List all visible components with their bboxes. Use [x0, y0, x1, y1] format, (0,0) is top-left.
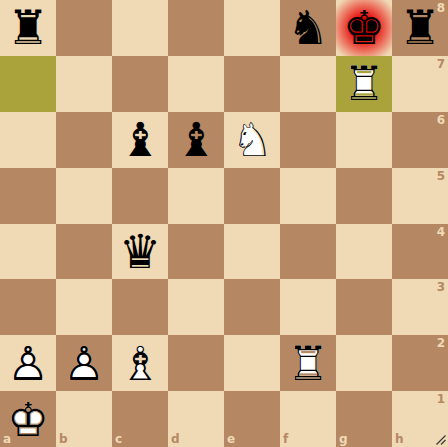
black-queen-glyph: ♛	[112, 224, 168, 280]
square-d2[interactable]	[168, 335, 224, 391]
white-rook-outline: ♖	[280, 335, 336, 391]
square-e6[interactable]: ♞♘	[224, 112, 280, 168]
square-b3[interactable]	[56, 279, 112, 335]
square-g1[interactable]: g	[336, 391, 392, 447]
piece-white-bishop[interactable]: ♝♗	[112, 335, 168, 391]
square-c7[interactable]	[112, 56, 168, 112]
square-f1[interactable]: f	[280, 391, 336, 447]
square-c2[interactable]: ♝♗	[112, 335, 168, 391]
file-label-g: g	[339, 433, 348, 445]
file-label-h: h	[395, 433, 404, 445]
square-c8[interactable]	[112, 0, 168, 56]
square-d6[interactable]: ♝	[168, 112, 224, 168]
square-f2[interactable]: ♜♖	[280, 335, 336, 391]
square-e8[interactable]	[224, 0, 280, 56]
square-a6[interactable]	[0, 112, 56, 168]
rank-label-2: 2	[437, 337, 445, 349]
piece-black-bishop[interactable]: ♝	[168, 112, 224, 168]
square-a1[interactable]: ♚♔a	[0, 391, 56, 447]
file-label-f: f	[283, 433, 288, 445]
square-g8[interactable]: ♚	[336, 0, 392, 56]
square-c6[interactable]: ♝	[112, 112, 168, 168]
square-d8[interactable]	[168, 0, 224, 56]
piece-white-king[interactable]: ♚♔	[0, 391, 56, 447]
black-rook-glyph: ♜	[392, 0, 448, 56]
square-f4[interactable]	[280, 224, 336, 280]
square-b1[interactable]: b	[56, 391, 112, 447]
square-e7[interactable]	[224, 56, 280, 112]
square-f5[interactable]	[280, 168, 336, 224]
square-e2[interactable]	[224, 335, 280, 391]
square-a8[interactable]: ♜	[0, 0, 56, 56]
rank-label-3: 3	[437, 281, 445, 293]
square-e1[interactable]: e	[224, 391, 280, 447]
white-pawn-outline: ♙	[56, 335, 112, 391]
square-b6[interactable]	[56, 112, 112, 168]
square-h7[interactable]: 7	[392, 56, 448, 112]
square-d7[interactable]	[168, 56, 224, 112]
square-a4[interactable]	[0, 224, 56, 280]
square-a3[interactable]	[0, 279, 56, 335]
black-knight-glyph: ♞	[280, 0, 336, 56]
black-rook-glyph: ♜	[0, 0, 56, 56]
square-h3[interactable]: 3	[392, 279, 448, 335]
piece-black-king[interactable]: ♚	[336, 0, 392, 56]
square-f8[interactable]: ♞	[280, 0, 336, 56]
piece-black-queen[interactable]: ♛	[112, 224, 168, 280]
square-c1[interactable]: c	[112, 391, 168, 447]
square-a7[interactable]	[0, 56, 56, 112]
file-label-d: d	[171, 433, 180, 445]
square-g3[interactable]	[336, 279, 392, 335]
square-h5[interactable]: 5	[392, 168, 448, 224]
rank-label-5: 5	[437, 170, 445, 182]
rank-label-4: 4	[437, 226, 445, 238]
square-h4[interactable]: 4	[392, 224, 448, 280]
file-label-c: c	[115, 433, 122, 445]
square-h2[interactable]: 2	[392, 335, 448, 391]
white-pawn-outline: ♙	[0, 335, 56, 391]
piece-white-rook[interactable]: ♜♖	[280, 335, 336, 391]
piece-black-knight[interactable]: ♞	[280, 0, 336, 56]
square-d1[interactable]: d	[168, 391, 224, 447]
square-g4[interactable]	[336, 224, 392, 280]
square-b5[interactable]	[56, 168, 112, 224]
square-a5[interactable]	[0, 168, 56, 224]
white-knight-outline: ♘	[224, 112, 280, 168]
square-g5[interactable]	[336, 168, 392, 224]
square-h8[interactable]: ♜8	[392, 0, 448, 56]
square-a2[interactable]: ♟♙	[0, 335, 56, 391]
square-b8[interactable]	[56, 0, 112, 56]
square-e4[interactable]	[224, 224, 280, 280]
square-b4[interactable]	[56, 224, 112, 280]
piece-white-knight[interactable]: ♞♘	[224, 112, 280, 168]
white-bishop-outline: ♗	[112, 335, 168, 391]
square-f3[interactable]	[280, 279, 336, 335]
square-g2[interactable]	[336, 335, 392, 391]
file-label-b: b	[59, 433, 68, 445]
board-resize-handle-icon[interactable]	[435, 434, 447, 446]
rank-label-1: 1	[437, 393, 445, 405]
square-c3[interactable]	[112, 279, 168, 335]
piece-white-rook[interactable]: ♜♖	[336, 56, 392, 112]
square-d5[interactable]	[168, 168, 224, 224]
square-e5[interactable]	[224, 168, 280, 224]
piece-white-pawn[interactable]: ♟♙	[56, 335, 112, 391]
white-king-outline: ♔	[0, 391, 56, 447]
square-h6[interactable]: 6	[392, 112, 448, 168]
square-f7[interactable]	[280, 56, 336, 112]
square-b7[interactable]	[56, 56, 112, 112]
black-king-glyph: ♚	[336, 0, 392, 56]
piece-white-pawn[interactable]: ♟♙	[0, 335, 56, 391]
square-c5[interactable]	[112, 168, 168, 224]
file-label-e: e	[227, 433, 235, 445]
rank-label-6: 6	[437, 114, 445, 126]
square-b2[interactable]: ♟♙	[56, 335, 112, 391]
chess-board: ♜♞♚♜8♜♖7♝♝♞♘65♛43♟♙♟♙♝♗♜♖2♚♔abcdefg1h	[0, 0, 448, 447]
square-g6[interactable]	[336, 112, 392, 168]
black-bishop-glyph: ♝	[112, 112, 168, 168]
piece-black-bishop[interactable]: ♝	[112, 112, 168, 168]
square-d3[interactable]	[168, 279, 224, 335]
square-d4[interactable]	[168, 224, 224, 280]
rank-label-7: 7	[437, 58, 445, 70]
white-rook-outline: ♖	[336, 56, 392, 112]
square-f6[interactable]	[280, 112, 336, 168]
square-c4[interactable]: ♛	[112, 224, 168, 280]
square-g7[interactable]: ♜♖	[336, 56, 392, 112]
black-bishop-glyph: ♝	[168, 112, 224, 168]
piece-black-rook[interactable]: ♜	[392, 0, 448, 56]
piece-black-rook[interactable]: ♜	[0, 0, 56, 56]
square-e3[interactable]	[224, 279, 280, 335]
